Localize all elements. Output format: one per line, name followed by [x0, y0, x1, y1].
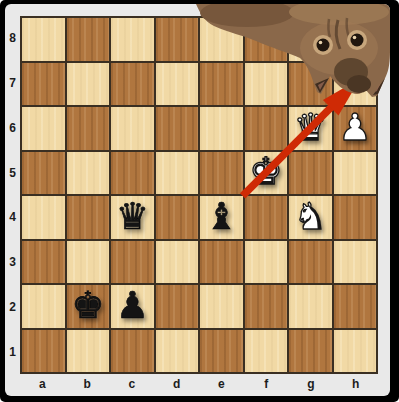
file-label-f: f — [244, 374, 289, 394]
square-b7[interactable] — [67, 63, 110, 106]
square-h8[interactable] — [334, 18, 377, 61]
square-f2[interactable] — [245, 285, 288, 328]
piece-white-queen[interactable]: ♛ — [294, 109, 327, 146]
square-b1[interactable] — [67, 330, 110, 373]
file-labels: abcdefgh — [20, 374, 378, 394]
square-c4[interactable]: ♛ — [111, 196, 154, 239]
piece-white-knight[interactable]: ♞ — [294, 198, 327, 235]
square-a3[interactable] — [22, 241, 65, 284]
square-e4[interactable]: ♝ — [200, 196, 243, 239]
chess-board[interactable]: ♛♟♚♛♝♞♚♟ — [20, 16, 378, 374]
square-c3[interactable] — [111, 241, 154, 284]
square-h1[interactable] — [334, 330, 377, 373]
square-e3[interactable] — [200, 241, 243, 284]
square-f3[interactable] — [245, 241, 288, 284]
rank-label-8: 8 — [5, 16, 20, 61]
square-h7[interactable] — [334, 63, 377, 106]
square-g5[interactable] — [289, 152, 332, 195]
board-panel: 87654321 ♛♟♚♛♝♞♚♟ abcdefgh — [5, 4, 390, 396]
square-g7[interactable] — [289, 63, 332, 106]
piece-black-king[interactable]: ♚ — [71, 287, 104, 324]
square-h4[interactable] — [334, 196, 377, 239]
square-e8[interactable] — [200, 18, 243, 61]
square-f6[interactable] — [245, 107, 288, 150]
square-g8[interactable] — [289, 18, 332, 61]
square-b2[interactable]: ♚ — [67, 285, 110, 328]
square-h3[interactable] — [334, 241, 377, 284]
square-f1[interactable] — [245, 330, 288, 373]
square-c2[interactable]: ♟ — [111, 285, 154, 328]
square-g1[interactable] — [289, 330, 332, 373]
square-f8[interactable] — [245, 18, 288, 61]
square-b8[interactable] — [67, 18, 110, 61]
file-label-a: a — [20, 374, 65, 394]
square-e5[interactable] — [200, 152, 243, 195]
square-h5[interactable] — [334, 152, 377, 195]
rank-label-5: 5 — [5, 150, 20, 195]
square-g4[interactable]: ♞ — [289, 196, 332, 239]
diagram-frame: 87654321 ♛♟♚♛♝♞♚♟ abcdefgh — [0, 0, 399, 402]
square-d6[interactable] — [156, 107, 199, 150]
square-e6[interactable] — [200, 107, 243, 150]
square-c1[interactable] — [111, 330, 154, 373]
piece-black-bishop[interactable]: ♝ — [205, 198, 238, 235]
square-c7[interactable] — [111, 63, 154, 106]
piece-white-pawn[interactable]: ♟ — [338, 109, 371, 146]
square-h2[interactable] — [334, 285, 377, 328]
square-e7[interactable] — [200, 63, 243, 106]
square-a1[interactable] — [22, 330, 65, 373]
square-c6[interactable] — [111, 107, 154, 150]
square-a8[interactable] — [22, 18, 65, 61]
square-b5[interactable] — [67, 152, 110, 195]
square-f7[interactable] — [245, 63, 288, 106]
rank-label-6: 6 — [5, 106, 20, 151]
square-g2[interactable] — [289, 285, 332, 328]
square-c8[interactable] — [111, 18, 154, 61]
rank-labels: 87654321 — [5, 16, 20, 374]
rank-label-3: 3 — [5, 240, 20, 285]
square-d4[interactable] — [156, 196, 199, 239]
file-label-e: e — [199, 374, 244, 394]
file-label-c: c — [110, 374, 155, 394]
square-b3[interactable] — [67, 241, 110, 284]
file-label-b: b — [65, 374, 110, 394]
piece-black-queen[interactable]: ♛ — [116, 198, 149, 235]
rank-label-7: 7 — [5, 61, 20, 106]
square-a7[interactable] — [22, 63, 65, 106]
square-a2[interactable] — [22, 285, 65, 328]
square-a6[interactable] — [22, 107, 65, 150]
square-g3[interactable] — [289, 241, 332, 284]
square-g6[interactable]: ♛ — [289, 107, 332, 150]
file-label-d: d — [154, 374, 199, 394]
file-label-g: g — [289, 374, 334, 394]
square-b6[interactable] — [67, 107, 110, 150]
square-d3[interactable] — [156, 241, 199, 284]
square-a4[interactable] — [22, 196, 65, 239]
square-a5[interactable] — [22, 152, 65, 195]
rank-label-4: 4 — [5, 195, 20, 240]
square-h6[interactable]: ♟ — [334, 107, 377, 150]
square-b4[interactable] — [67, 196, 110, 239]
square-d7[interactable] — [156, 63, 199, 106]
square-f4[interactable] — [245, 196, 288, 239]
file-label-h: h — [333, 374, 378, 394]
rank-label-1: 1 — [5, 329, 20, 374]
square-e2[interactable] — [200, 285, 243, 328]
piece-black-pawn[interactable]: ♟ — [116, 287, 149, 324]
square-c5[interactable] — [111, 152, 154, 195]
square-d1[interactable] — [156, 330, 199, 373]
square-e1[interactable] — [200, 330, 243, 373]
square-d2[interactable] — [156, 285, 199, 328]
piece-white-king[interactable]: ♚ — [249, 153, 282, 190]
square-d5[interactable] — [156, 152, 199, 195]
square-d8[interactable] — [156, 18, 199, 61]
square-f5[interactable]: ♚ — [245, 152, 288, 195]
rank-label-2: 2 — [5, 285, 20, 330]
